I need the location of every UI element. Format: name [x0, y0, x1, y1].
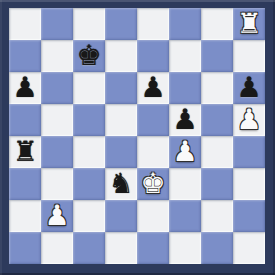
square-f3[interactable]: [169, 168, 201, 200]
square-c1[interactable]: [73, 232, 105, 264]
square-b2[interactable]: ♟: [41, 200, 73, 232]
square-a2[interactable]: [9, 200, 41, 232]
square-h3[interactable]: [233, 168, 265, 200]
square-a7[interactable]: [9, 40, 41, 72]
square-c6[interactable]: [73, 72, 105, 104]
square-g8[interactable]: [201, 8, 233, 40]
square-c2[interactable]: [73, 200, 105, 232]
square-g1[interactable]: [201, 232, 233, 264]
square-d5[interactable]: [105, 104, 137, 136]
square-h7[interactable]: [233, 40, 265, 72]
square-e7[interactable]: [137, 40, 169, 72]
square-f5[interactable]: ♟: [169, 104, 201, 136]
square-c4[interactable]: [73, 136, 105, 168]
square-d4[interactable]: [105, 136, 137, 168]
square-f1[interactable]: [169, 232, 201, 264]
square-f6[interactable]: [169, 72, 201, 104]
square-d3[interactable]: ♞: [105, 168, 137, 200]
square-h8[interactable]: ♜: [233, 8, 265, 40]
square-f2[interactable]: [169, 200, 201, 232]
piece-black-pawn[interactable]: ♟: [9, 72, 41, 104]
square-e8[interactable]: [137, 8, 169, 40]
square-d1[interactable]: [105, 232, 137, 264]
square-a5[interactable]: [9, 104, 41, 136]
square-h4[interactable]: [233, 136, 265, 168]
square-c8[interactable]: [73, 8, 105, 40]
square-g5[interactable]: [201, 104, 233, 136]
square-h6[interactable]: ♟: [233, 72, 265, 104]
square-b6[interactable]: [41, 72, 73, 104]
square-f4[interactable]: ♟: [169, 136, 201, 168]
piece-black-knight[interactable]: ♞: [105, 168, 137, 200]
square-d8[interactable]: [105, 8, 137, 40]
square-g6[interactable]: [201, 72, 233, 104]
piece-white-king[interactable]: ♚: [137, 168, 169, 200]
piece-black-pawn[interactable]: ♟: [169, 104, 201, 136]
piece-white-pawn[interactable]: ♟: [233, 104, 265, 136]
square-b8[interactable]: [41, 8, 73, 40]
square-e1[interactable]: [137, 232, 169, 264]
piece-white-pawn[interactable]: ♟: [169, 136, 201, 168]
square-d2[interactable]: [105, 200, 137, 232]
square-e3[interactable]: ♚: [137, 168, 169, 200]
piece-black-king[interactable]: ♚: [73, 40, 105, 72]
square-e5[interactable]: [137, 104, 169, 136]
square-g2[interactable]: [201, 200, 233, 232]
piece-black-pawn[interactable]: ♟: [137, 72, 169, 104]
square-b4[interactable]: [41, 136, 73, 168]
square-c5[interactable]: [73, 104, 105, 136]
square-e6[interactable]: ♟: [137, 72, 169, 104]
square-f8[interactable]: [169, 8, 201, 40]
square-a6[interactable]: ♟: [9, 72, 41, 104]
square-d6[interactable]: [105, 72, 137, 104]
square-a1[interactable]: [9, 232, 41, 264]
square-e4[interactable]: [137, 136, 169, 168]
square-a3[interactable]: [9, 168, 41, 200]
piece-black-rook[interactable]: ♜: [9, 136, 41, 168]
piece-white-rook[interactable]: ♜: [233, 8, 265, 40]
square-b5[interactable]: [41, 104, 73, 136]
square-c3[interactable]: [73, 168, 105, 200]
square-b1[interactable]: [41, 232, 73, 264]
chess-board: ♜♚♟♟♟♟♟♜♟♞♚♟: [9, 8, 265, 264]
square-c7[interactable]: ♚: [73, 40, 105, 72]
square-a4[interactable]: ♜: [9, 136, 41, 168]
square-g7[interactable]: [201, 40, 233, 72]
square-a8[interactable]: [9, 8, 41, 40]
chess-board-frame: ♜♚♟♟♟♟♟♜♟♞♚♟: [0, 0, 275, 275]
square-h5[interactable]: ♟: [233, 104, 265, 136]
square-b7[interactable]: [41, 40, 73, 72]
square-d7[interactable]: [105, 40, 137, 72]
square-e2[interactable]: [137, 200, 169, 232]
piece-white-pawn[interactable]: ♟: [41, 200, 73, 232]
piece-black-pawn[interactable]: ♟: [233, 72, 265, 104]
square-h1[interactable]: [233, 232, 265, 264]
square-h2[interactable]: [233, 200, 265, 232]
square-g4[interactable]: [201, 136, 233, 168]
square-b3[interactable]: [41, 168, 73, 200]
square-g3[interactable]: [201, 168, 233, 200]
square-f7[interactable]: [169, 40, 201, 72]
